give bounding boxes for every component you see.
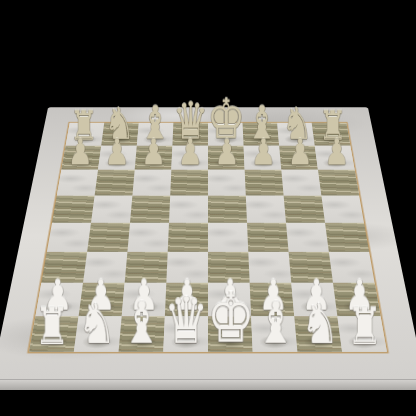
square-f1[interactable]: ♝	[251, 316, 297, 352]
white-queen: ♛	[163, 290, 208, 351]
square-g1[interactable]: ♞	[294, 316, 342, 352]
board-grid: ♜♞♝♛♚♝♞♜♟♟♟♟♟♟♟♟♟♟♟♟♟♟♟♟♜♞♝♛♚♝♞♜	[29, 123, 387, 352]
square-c5[interactable]	[130, 195, 170, 222]
board-front-edge	[0, 379, 416, 390]
green-pawn: ♟	[141, 135, 166, 169]
square-c6[interactable]	[132, 170, 171, 196]
green-pawn: ♟	[177, 135, 202, 169]
square-e7[interactable]: ♟	[208, 146, 245, 170]
square-d6[interactable]	[170, 170, 208, 196]
square-h7[interactable]: ♟	[315, 146, 355, 170]
white-bishop: ♝	[255, 296, 295, 350]
square-h4[interactable]	[325, 223, 369, 252]
square-g6[interactable]	[281, 170, 321, 196]
square-a6[interactable]	[57, 170, 98, 196]
white-king: ♚	[206, 286, 254, 351]
square-g7[interactable]: ♟	[279, 146, 318, 170]
square-b4[interactable]	[87, 223, 130, 252]
green-pawn: ♟	[324, 135, 349, 169]
square-g5[interactable]	[284, 195, 325, 222]
square-b1[interactable]: ♞	[74, 316, 122, 352]
green-pawn: ♟	[214, 135, 239, 169]
square-h5[interactable]	[321, 195, 364, 222]
square-f6[interactable]	[245, 170, 284, 196]
square-b6[interactable]	[95, 170, 135, 196]
chess-board: ♜♞♝♛♚♝♞♜♟♟♟♟♟♟♟♟♟♟♟♟♟♟♟♟♜♞♝♛♚♝♞♜	[0, 107, 416, 379]
square-a4[interactable]	[47, 223, 91, 252]
square-c1[interactable]: ♝	[119, 316, 165, 352]
square-c4[interactable]	[127, 223, 169, 252]
square-d1[interactable]: ♛	[163, 316, 208, 352]
square-h6[interactable]	[318, 170, 359, 196]
white-knight: ♞	[300, 299, 338, 351]
white-rook: ♜	[34, 303, 69, 351]
square-a1[interactable]: ♜	[29, 316, 78, 352]
square-a5[interactable]	[52, 195, 95, 222]
square-c7[interactable]: ♟	[135, 146, 173, 170]
green-pawn: ♟	[250, 135, 275, 169]
square-h1[interactable]: ♜	[337, 316, 386, 352]
white-rook: ♜	[347, 303, 382, 351]
square-d4[interactable]	[168, 223, 208, 252]
square-e6[interactable]	[208, 170, 246, 196]
green-pawn: ♟	[287, 135, 312, 169]
square-d5[interactable]	[169, 195, 208, 222]
square-e5[interactable]	[208, 195, 247, 222]
square-b5[interactable]	[91, 195, 132, 222]
white-bishop: ♝	[121, 296, 161, 350]
square-e1[interactable]: ♚	[208, 316, 253, 352]
square-e4[interactable]	[208, 223, 248, 252]
square-f4[interactable]	[247, 223, 289, 252]
green-pawn: ♟	[104, 135, 129, 169]
square-d7[interactable]: ♟	[171, 146, 208, 170]
photo-stage: ♜♞♝♛♚♝♞♜♟♟♟♟♟♟♟♟♟♟♟♟♟♟♟♟♜♞♝♛♚♝♞♜	[0, 0, 416, 416]
square-f7[interactable]: ♟	[244, 146, 282, 170]
square-f5[interactable]	[246, 195, 286, 222]
green-pawn: ♟	[67, 135, 92, 169]
white-knight: ♞	[77, 299, 115, 351]
square-g4[interactable]	[286, 223, 329, 252]
square-a7[interactable]: ♟	[61, 146, 101, 170]
square-b7[interactable]: ♟	[98, 146, 137, 170]
